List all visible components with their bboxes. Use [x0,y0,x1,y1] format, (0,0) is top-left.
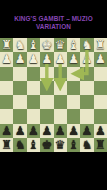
piece-black-king[interactable]: ♚ [41,138,52,152]
piece-white-queen[interactable]: ♛ [55,38,66,52]
square-c6[interactable] [67,109,80,123]
square-b8[interactable]: ♞ [80,138,93,152]
piece-black-bishop[interactable]: ♝ [28,138,39,152]
square-h7[interactable]: ♟ [0,124,13,138]
square-b5[interactable] [80,95,93,109]
piece-black-bishop[interactable]: ♝ [68,138,79,152]
piece-black-knight[interactable]: ♞ [15,138,26,152]
piece-white-rook[interactable]: ♜ [1,38,12,52]
square-g8[interactable]: ♞ [13,138,26,152]
square-d8[interactable]: ♛ [54,138,67,152]
piece-white-pawn[interactable]: ♟ [1,52,12,66]
opening-thumbnail: King's Gambit – Muzio Variation ♜♞♝♚♛♝♞♜… [0,0,107,190]
square-c1[interactable]: ♝ [67,38,80,52]
square-f6[interactable] [27,109,40,123]
square-c2[interactable]: ♟ [67,52,80,66]
piece-white-pawn[interactable]: ♟ [15,52,26,66]
square-a1[interactable]: ♜ [94,38,107,52]
square-g3[interactable] [13,67,26,81]
square-d3[interactable] [54,67,67,81]
square-c7[interactable]: ♟ [67,124,80,138]
piece-white-bishop[interactable]: ♝ [68,38,79,52]
piece-white-king[interactable]: ♚ [41,38,52,52]
square-g6[interactable] [13,109,26,123]
square-a7[interactable]: ♟ [94,124,107,138]
square-d2[interactable]: ♟ [54,52,67,66]
chess-board[interactable]: ♜♞♝♚♛♝♞♜♟♟♟♟♟♟♟♟♟♟♟♟♟♟♟♟♜♞♝♚♛♝♞♜ [0,38,107,152]
square-f8[interactable]: ♝ [27,138,40,152]
square-a4[interactable] [94,81,107,95]
piece-white-bishop[interactable]: ♝ [28,38,39,52]
square-a2[interactable]: ♟ [94,52,107,66]
piece-black-pawn[interactable]: ♟ [82,124,93,138]
square-e8[interactable]: ♚ [40,138,53,152]
piece-black-knight[interactable]: ♞ [82,138,93,152]
square-e7[interactable]: ♟ [40,124,53,138]
piece-white-pawn[interactable]: ♟ [28,52,39,66]
opening-title-line1: King's Gambit – Muzio [0,15,107,23]
piece-black-pawn[interactable]: ♟ [95,124,106,138]
square-h3[interactable] [0,67,13,81]
square-f2[interactable]: ♟ [27,52,40,66]
piece-white-pawn[interactable]: ♟ [68,52,79,66]
opening-title: King's Gambit – Muzio Variation [0,15,107,31]
square-e5[interactable] [40,95,53,109]
piece-white-pawn[interactable]: ♟ [82,52,93,66]
square-b4[interactable] [80,81,93,95]
square-c3[interactable] [67,67,80,81]
piece-black-pawn[interactable]: ♟ [15,124,26,138]
square-d6[interactable] [54,109,67,123]
square-h1[interactable]: ♜ [0,38,13,52]
square-b6[interactable] [80,109,93,123]
square-d5[interactable] [54,95,67,109]
square-g5[interactable] [13,95,26,109]
square-c4[interactable] [67,81,80,95]
square-h2[interactable]: ♟ [0,52,13,66]
piece-black-pawn[interactable]: ♟ [1,124,12,138]
opening-title-line2: Variation [0,23,107,31]
piece-white-rook[interactable]: ♜ [95,38,106,52]
square-g7[interactable]: ♟ [13,124,26,138]
piece-black-rook[interactable]: ♜ [95,138,106,152]
square-b3[interactable] [80,67,93,81]
square-e6[interactable] [40,109,53,123]
square-g1[interactable]: ♞ [13,38,26,52]
square-h5[interactable] [0,95,13,109]
square-f1[interactable]: ♝ [27,38,40,52]
square-f4[interactable] [27,81,40,95]
square-e3[interactable] [40,67,53,81]
square-f5[interactable] [27,95,40,109]
square-b2[interactable]: ♟ [80,52,93,66]
piece-black-pawn[interactable]: ♟ [68,124,79,138]
square-g4[interactable] [13,81,26,95]
square-a3[interactable] [94,67,107,81]
square-a8[interactable]: ♜ [94,138,107,152]
square-h6[interactable] [0,109,13,123]
piece-white-knight[interactable]: ♞ [15,38,26,52]
square-h8[interactable]: ♜ [0,138,13,152]
piece-black-rook[interactable]: ♜ [1,138,12,152]
square-g2[interactable]: ♟ [13,52,26,66]
square-f3[interactable] [27,67,40,81]
square-e4[interactable] [40,81,53,95]
square-d7[interactable]: ♟ [54,124,67,138]
square-f7[interactable]: ♟ [27,124,40,138]
square-b7[interactable]: ♟ [80,124,93,138]
square-b1[interactable]: ♞ [80,38,93,52]
square-a5[interactable] [94,95,107,109]
square-c5[interactable] [67,95,80,109]
piece-white-pawn[interactable]: ♟ [41,52,52,66]
piece-black-queen[interactable]: ♛ [55,138,66,152]
piece-black-pawn[interactable]: ♟ [41,124,52,138]
piece-black-pawn[interactable]: ♟ [28,124,39,138]
piece-black-pawn[interactable]: ♟ [55,124,66,138]
piece-white-pawn[interactable]: ♟ [95,52,106,66]
piece-white-knight[interactable]: ♞ [82,38,93,52]
piece-white-pawn[interactable]: ♟ [55,52,66,66]
square-d1[interactable]: ♛ [54,38,67,52]
square-d4[interactable] [54,81,67,95]
square-e2[interactable]: ♟ [40,52,53,66]
square-e1[interactable]: ♚ [40,38,53,52]
square-a6[interactable] [94,109,107,123]
square-h4[interactable] [0,81,13,95]
square-c8[interactable]: ♝ [67,138,80,152]
